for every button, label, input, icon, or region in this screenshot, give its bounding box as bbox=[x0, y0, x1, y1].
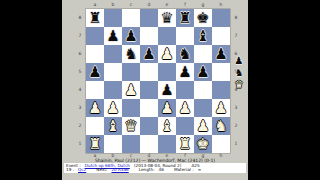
length-label: Length: bbox=[139, 168, 155, 173]
square-h3[interactable]: ♟ bbox=[212, 99, 230, 117]
file-label-e: e bbox=[158, 2, 176, 8]
white-pawn: ♟ bbox=[158, 99, 176, 117]
square-a2[interactable] bbox=[86, 117, 104, 135]
rank-label-1: 1 bbox=[76, 135, 84, 153]
stats-line: 19 . Qc2 Next: 20 Rxa6 Length: 46 Materi… bbox=[66, 168, 244, 173]
square-a5[interactable]: ♟ bbox=[86, 63, 104, 81]
rank-label-7: 7 bbox=[76, 27, 84, 45]
square-f2[interactable] bbox=[176, 117, 194, 135]
rank-label-8: 8 bbox=[76, 9, 84, 27]
current-move[interactable]: Qc2 bbox=[78, 168, 86, 173]
square-d1[interactable] bbox=[140, 135, 158, 153]
next-move[interactable]: 20 Rxa6 bbox=[111, 168, 128, 173]
black-pawn: ♟ bbox=[122, 27, 140, 45]
file-label-b: b bbox=[104, 2, 122, 8]
square-c4[interactable]: ♟ bbox=[122, 81, 140, 99]
black-pawn: ♟ bbox=[212, 45, 230, 63]
square-g5[interactable]: ♟ bbox=[194, 63, 212, 81]
file-label-h: h bbox=[212, 2, 230, 8]
square-h5[interactable] bbox=[212, 63, 230, 81]
square-c2[interactable]: ♛ bbox=[122, 117, 140, 135]
length-value: 46 bbox=[159, 168, 164, 173]
rank-label-8: 8 bbox=[232, 9, 240, 27]
rank-label-2: 2 bbox=[76, 117, 84, 135]
square-h2[interactable]: ♞ bbox=[212, 117, 230, 135]
white-rook: ♜ bbox=[86, 135, 104, 153]
square-a1[interactable]: ♜ bbox=[86, 135, 104, 153]
rank-label-3: 3 bbox=[76, 99, 84, 117]
square-c1[interactable] bbox=[122, 135, 140, 153]
square-f4[interactable] bbox=[176, 81, 194, 99]
black-queen: ♛ bbox=[158, 9, 176, 27]
square-d5[interactable] bbox=[140, 63, 158, 81]
material-value: = bbox=[198, 168, 202, 173]
black-pawn: ♟ bbox=[176, 63, 194, 81]
square-h6[interactable]: ♟ bbox=[212, 45, 230, 63]
square-d8[interactable] bbox=[140, 9, 158, 27]
white-knight: ♞ bbox=[212, 117, 230, 135]
square-b3[interactable]: ♟ bbox=[104, 99, 122, 117]
black-rook: ♜ bbox=[176, 9, 194, 27]
square-b2[interactable]: ♝ bbox=[104, 117, 122, 135]
square-a4[interactable] bbox=[86, 81, 104, 99]
square-d6[interactable]: ♟ bbox=[140, 45, 158, 63]
file-label-a: a bbox=[86, 2, 104, 8]
square-b1[interactable] bbox=[104, 135, 122, 153]
thumbnail-stage: abcdefgh 87654321 ♜♛♜♚♟♟♝♞♟♟♞♟♟♟♟♟♟♟♟♟♟♟… bbox=[0, 0, 320, 180]
square-d4[interactable] bbox=[140, 81, 158, 99]
square-f1[interactable]: ♜ bbox=[176, 135, 194, 153]
chess-board: ♜♛♜♚♟♟♝♞♟♟♞♟♟♟♟♟♟♟♟♟♟♟♝♛♝♟♞♜♜♚ bbox=[86, 9, 230, 153]
square-h1[interactable] bbox=[212, 135, 230, 153]
black-knight: ♞ bbox=[233, 67, 245, 79]
black-knight: ♞ bbox=[122, 45, 140, 63]
rank-label-1: 1 bbox=[232, 135, 240, 153]
square-b4[interactable] bbox=[104, 81, 122, 99]
square-g2[interactable]: ♟ bbox=[194, 117, 212, 135]
black-rook: ♜ bbox=[86, 9, 104, 27]
white-bishop: ♝ bbox=[158, 117, 176, 135]
square-d2[interactable] bbox=[140, 117, 158, 135]
game-title: Shainin, Paul (2212) — Wachendorf, Mac (… bbox=[62, 158, 248, 163]
square-b5[interactable] bbox=[104, 63, 122, 81]
square-g3[interactable] bbox=[194, 99, 212, 117]
material-label: Material : bbox=[174, 168, 194, 173]
square-e6[interactable]: ♟ bbox=[158, 45, 176, 63]
black-knight: ♞ bbox=[176, 45, 194, 63]
black-king: ♚ bbox=[194, 9, 212, 27]
square-h8[interactable] bbox=[212, 9, 230, 27]
file-label-c: c bbox=[122, 2, 140, 8]
white-pawn: ♟ bbox=[176, 99, 194, 117]
square-b6[interactable] bbox=[104, 45, 122, 63]
black-pawn: ♟ bbox=[104, 27, 122, 45]
square-f3[interactable]: ♟ bbox=[176, 99, 194, 117]
square-g8[interactable]: ♚ bbox=[194, 9, 212, 27]
square-e5[interactable] bbox=[158, 63, 176, 81]
white-pawn: ♟ bbox=[194, 117, 212, 135]
square-c3[interactable] bbox=[122, 99, 140, 117]
square-c8[interactable] bbox=[122, 9, 140, 27]
square-a7[interactable] bbox=[86, 27, 104, 45]
rank-label-5: 5 bbox=[76, 63, 84, 81]
square-h4[interactable] bbox=[212, 81, 230, 99]
captured-pieces-tray: ♟♞♛ bbox=[232, 55, 246, 91]
rank-label-2: 2 bbox=[232, 117, 240, 135]
file-labels-top: abcdefgh bbox=[86, 2, 230, 8]
next-label: Next: bbox=[96, 168, 107, 173]
rank-labels-left: 87654321 bbox=[76, 9, 84, 153]
square-f7[interactable] bbox=[176, 27, 194, 45]
white-queen: ♛ bbox=[122, 117, 140, 135]
square-g7[interactable]: ♝ bbox=[194, 27, 212, 45]
square-g4[interactable] bbox=[194, 81, 212, 99]
white-pawn: ♟ bbox=[212, 99, 230, 117]
square-g6[interactable] bbox=[194, 45, 212, 63]
black-pawn: ♟ bbox=[194, 63, 212, 81]
diagram-panel: abcdefgh 87654321 ♜♛♜♚♟♟♝♞♟♟♞♟♟♟♟♟♟♟♟♟♟♟… bbox=[62, 0, 248, 180]
square-a8[interactable]: ♜ bbox=[86, 9, 104, 27]
white-pawn: ♟ bbox=[122, 81, 140, 99]
square-d3[interactable] bbox=[140, 99, 158, 117]
white-pawn: ♟ bbox=[104, 99, 122, 117]
rank-label-7: 7 bbox=[232, 27, 240, 45]
file-label-d: d bbox=[140, 2, 158, 8]
square-e3[interactable]: ♟ bbox=[158, 99, 176, 117]
black-pawn: ♟ bbox=[233, 55, 245, 67]
rank-label-3: 3 bbox=[232, 99, 240, 117]
square-b8[interactable] bbox=[104, 9, 122, 27]
square-f6[interactable]: ♞ bbox=[176, 45, 194, 63]
white-queen: ♛ bbox=[233, 79, 245, 91]
rank-label-4: 4 bbox=[76, 81, 84, 99]
move-number: 19 . bbox=[66, 168, 74, 173]
square-e1[interactable] bbox=[158, 135, 176, 153]
black-pawn: ♟ bbox=[86, 63, 104, 81]
square-c6[interactable]: ♞ bbox=[122, 45, 140, 63]
square-e4[interactable]: ♟ bbox=[158, 81, 176, 99]
black-pawn: ♟ bbox=[140, 45, 158, 63]
caption-box: Event : Dutch op 66th, Dutch (2013-08-04… bbox=[64, 163, 246, 173]
square-a6[interactable] bbox=[86, 45, 104, 63]
black-bishop: ♝ bbox=[194, 27, 212, 45]
white-pawn: ♟ bbox=[86, 99, 104, 117]
file-label-f: f bbox=[176, 2, 194, 8]
white-king: ♚ bbox=[194, 135, 212, 153]
square-a3[interactable]: ♟ bbox=[86, 99, 104, 117]
square-c7[interactable]: ♟ bbox=[122, 27, 140, 45]
white-pawn: ♟ bbox=[158, 45, 176, 63]
white-rook: ♜ bbox=[176, 135, 194, 153]
square-b7[interactable]: ♟ bbox=[104, 27, 122, 45]
square-f5[interactable]: ♟ bbox=[176, 63, 194, 81]
square-g1[interactable]: ♚ bbox=[194, 135, 212, 153]
square-f8[interactable]: ♜ bbox=[176, 9, 194, 27]
square-d7[interactable] bbox=[140, 27, 158, 45]
square-h7[interactable] bbox=[212, 27, 230, 45]
white-bishop: ♝ bbox=[104, 117, 122, 135]
square-e2[interactable]: ♝ bbox=[158, 117, 176, 135]
square-c5[interactable] bbox=[122, 63, 140, 81]
file-label-g: g bbox=[194, 2, 212, 8]
square-e8[interactable]: ♛ bbox=[158, 9, 176, 27]
square-e7[interactable] bbox=[158, 27, 176, 45]
rank-label-6: 6 bbox=[76, 45, 84, 63]
black-pawn: ♟ bbox=[158, 81, 176, 99]
